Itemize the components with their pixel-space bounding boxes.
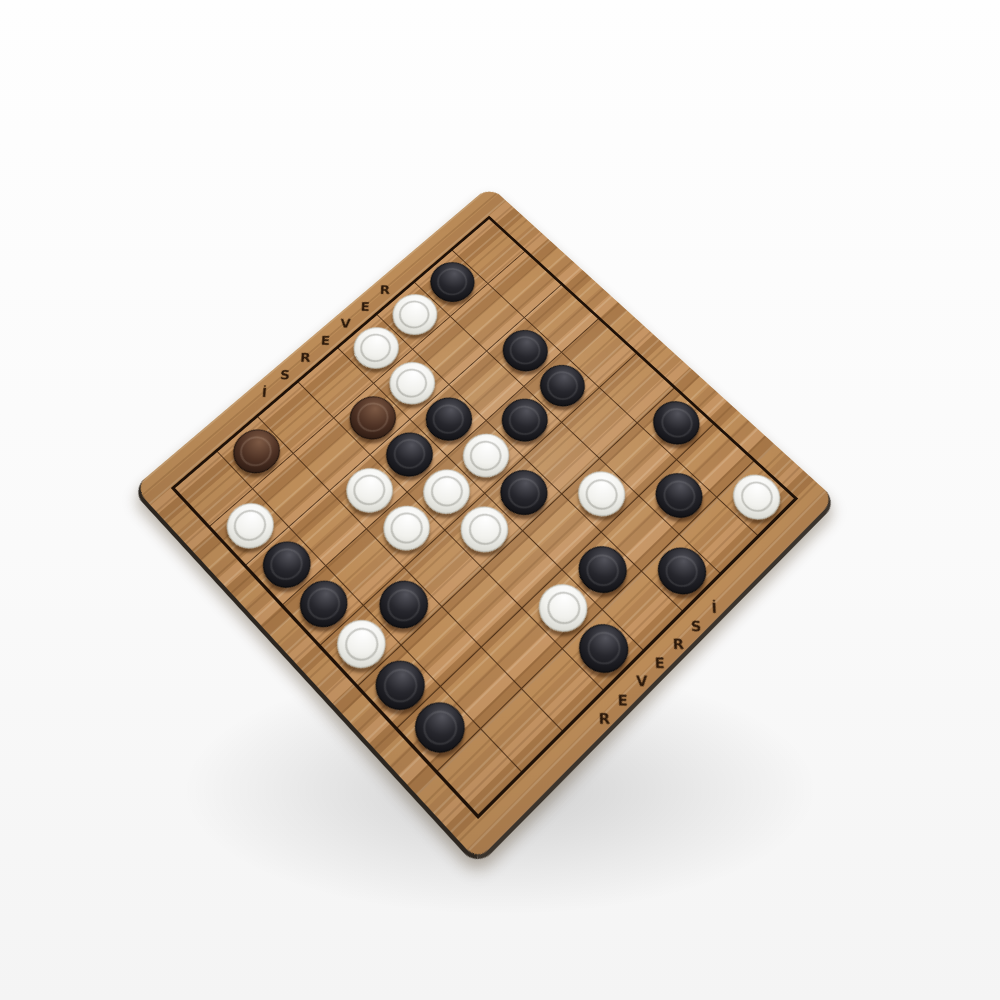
- photo-background: REVERSİ REVERSİ: [0, 0, 1000, 1000]
- brand-letter: R: [667, 636, 690, 653]
- brand-letter: R: [374, 283, 395, 297]
- brand-letter: E: [648, 654, 671, 671]
- brand-letter: S: [685, 617, 708, 634]
- brand-letter: İ: [703, 599, 726, 616]
- brand-letter: E: [611, 691, 635, 708]
- brand-letter: S: [274, 368, 296, 383]
- brand-letter: V: [630, 672, 653, 689]
- brand-letter: E: [314, 333, 336, 347]
- brand-letter: V: [335, 316, 357, 330]
- brand-letter: İ: [253, 385, 276, 400]
- brand-letter: R: [593, 710, 617, 728]
- brand-letter: R: [294, 350, 316, 365]
- brand-letter: E: [354, 299, 376, 313]
